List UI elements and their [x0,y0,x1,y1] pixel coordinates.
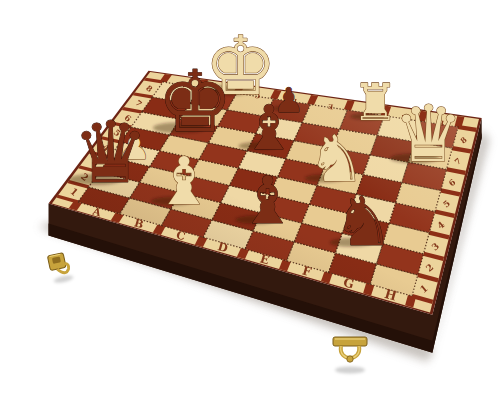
piece-black-bishop-d6: ♝ [241,92,296,163]
brass-latch-front [333,337,367,374]
piece-black-queen-a3: ♛ [73,103,149,202]
photo-canvas: AA11BB22CC33DD44EE55FF66GG77HH88♚♟♜♚♝♟♛♞… [0,0,500,400]
brass-latch-left [47,252,74,285]
piece-black-king-b6: ♚ [157,52,233,151]
chess-set-photo: AA11BB22CC33DD44EE55FF66GG77HH88♚♟♜♚♝♟♛♞… [0,0,500,400]
piece-white-queen-h7: ♛ [394,89,464,179]
piece-black-knight-g2: ♞ [333,182,394,261]
piece-black-bishop-e3: ♝ [238,163,296,238]
piece-white-bishop-c2: ♝ [154,143,213,220]
